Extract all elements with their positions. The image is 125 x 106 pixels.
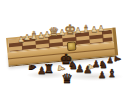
chess-piece-light-b: ♝ [82, 24, 91, 34]
chess-piece-light-p: ♟ [97, 25, 104, 33]
chess-piece-light-p: ♟ [74, 27, 81, 35]
chess-piece-dark-n: ♞ [27, 63, 37, 72]
chess-set-product-photo: ♟♟♝♟♟♛♟♚♟♝♟♟♞♟♜♟♚♛♞♟♟♟♟♞♟♟♝♟ [0, 0, 125, 106]
chess-piece-dark-q: ♛ [61, 72, 73, 85]
chess-piece-dark-p: ♟ [98, 71, 106, 80]
pieces-layer: ♟♟♝♟♟♛♟♚♟♝♟♟♞♟♜♟♚♛♞♟♟♟♟♞♟♟♝♟ [0, 0, 125, 106]
chess-piece-dark-b: ♝ [107, 68, 117, 79]
chess-piece-dark-p: ♟ [113, 55, 122, 63]
chess-piece-dark-r: ♜ [44, 63, 55, 75]
